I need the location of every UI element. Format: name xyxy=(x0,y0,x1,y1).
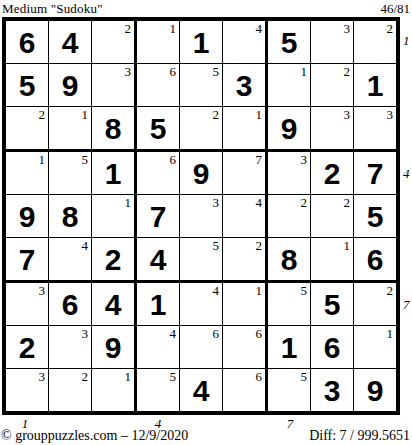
sudoku-board: 6421145325936531212185219331516973279817… xyxy=(2,17,400,415)
corner-mark: 3 xyxy=(213,195,220,210)
sudoku-page: Medium "Sudoku" 46/81 642114532593653121… xyxy=(0,0,412,445)
cell-r1c5[interactable]: 1 xyxy=(180,21,223,64)
cell-r1c6[interactable]: 4 xyxy=(223,21,268,64)
cell-r9c4[interactable]: 5 xyxy=(137,369,180,411)
corner-mark: 5 xyxy=(82,152,89,167)
cell-r4c8[interactable]: 2 xyxy=(311,152,354,195)
corner-mark: 6 xyxy=(170,64,177,79)
corner-mark: 1 xyxy=(82,107,89,122)
corner-mark: 5 xyxy=(213,238,220,253)
corner-mark: 4 xyxy=(256,195,263,210)
given-digit: 1 xyxy=(193,27,210,58)
given-digit: 3 xyxy=(324,375,341,406)
given-digit: 9 xyxy=(193,158,210,189)
cell-r1c4[interactable]: 1 xyxy=(137,21,180,64)
corner-mark: 1 xyxy=(125,195,132,210)
cell-r1c8[interactable]: 3 xyxy=(311,21,354,64)
cell-r7c6[interactable]: 1 xyxy=(223,283,268,326)
difficulty-text: Diff: 7 / 999.5651 xyxy=(309,428,410,444)
cell-r6c3[interactable]: 2 xyxy=(92,238,137,283)
given-digit: 4 xyxy=(62,27,79,58)
corner-mark: 1 xyxy=(387,326,394,341)
given-digit: 5 xyxy=(324,289,341,320)
cell-r8c6[interactable]: 6 xyxy=(223,326,268,369)
cell-r1c9[interactable]: 2 xyxy=(354,21,396,64)
given-digit: 9 xyxy=(105,332,122,363)
cell-r4c3[interactable]: 1 xyxy=(92,152,137,195)
cell-r9c6[interactable]: 6 xyxy=(223,369,268,411)
given-digit: 4 xyxy=(150,244,167,275)
cell-r7c4[interactable]: 1 xyxy=(137,283,180,326)
corner-mark: 3 xyxy=(39,283,46,298)
cell-r2c8[interactable]: 2 xyxy=(311,64,354,107)
cell-r8c2[interactable]: 3 xyxy=(49,326,92,369)
cell-r9c1[interactable]: 3 xyxy=(6,369,49,411)
cell-r6c5[interactable]: 5 xyxy=(180,238,223,283)
given-digit: 1 xyxy=(150,289,167,320)
given-digit: 7 xyxy=(19,244,36,275)
corner-mark: 1 xyxy=(344,238,351,253)
corner-mark: 6 xyxy=(170,152,177,167)
given-digit: 6 xyxy=(367,244,384,275)
given-digit: 1 xyxy=(281,332,298,363)
corner-mark: 2 xyxy=(39,107,46,122)
corner-mark: 2 xyxy=(344,195,351,210)
corner-mark: 4 xyxy=(213,283,220,298)
given-digit: 5 xyxy=(150,113,167,144)
corner-mark: 3 xyxy=(39,369,46,384)
cell-r7c2[interactable]: 6 xyxy=(49,283,92,326)
cell-r9c8[interactable]: 3 xyxy=(311,369,354,411)
given-digit: 4 xyxy=(193,375,210,406)
corner-mark: 1 xyxy=(301,64,308,79)
given-digit: 1 xyxy=(105,158,122,189)
cell-r8c7[interactable]: 1 xyxy=(268,326,311,369)
cell-r1c1[interactable]: 6 xyxy=(6,21,49,64)
cell-r6c2[interactable]: 4 xyxy=(49,238,92,283)
given-digit: 2 xyxy=(105,244,122,275)
corner-mark: 5 xyxy=(213,64,220,79)
corner-mark: 5 xyxy=(170,369,177,384)
cell-r2c5[interactable]: 5 xyxy=(180,64,223,107)
cell-r2c3[interactable]: 3 xyxy=(92,64,137,107)
col-label-7: 7 xyxy=(280,416,300,432)
corner-mark: 2 xyxy=(387,21,394,36)
corner-mark: 6 xyxy=(256,326,263,341)
corner-mark: 6 xyxy=(213,326,220,341)
cell-r5c5[interactable]: 3 xyxy=(180,195,223,238)
cell-r9c9[interactable]: 9 xyxy=(354,369,396,411)
corner-mark: 3 xyxy=(82,326,89,341)
cell-r9c7[interactable]: 5 xyxy=(268,369,311,411)
corner-mark: 1 xyxy=(39,152,46,167)
corner-mark: 3 xyxy=(387,107,394,122)
corner-mark: 3 xyxy=(344,107,351,122)
given-digit: 9 xyxy=(19,201,36,232)
cell-r7c1[interactable]: 3 xyxy=(6,283,49,326)
corner-mark: 5 xyxy=(301,283,308,298)
cell-r6c7[interactable]: 8 xyxy=(268,238,311,283)
corner-mark: 3 xyxy=(344,21,351,36)
cell-r6c1[interactable]: 7 xyxy=(6,238,49,283)
corner-mark: 3 xyxy=(125,64,132,79)
cell-r3c5[interactable]: 2 xyxy=(180,107,223,152)
cell-r5c8[interactable]: 2 xyxy=(311,195,354,238)
cell-r3c3[interactable]: 8 xyxy=(92,107,137,152)
cell-r9c5[interactable]: 4 xyxy=(180,369,223,411)
cell-r9c3[interactable]: 1 xyxy=(92,369,137,411)
corner-mark: 4 xyxy=(82,238,89,253)
given-digit: 2 xyxy=(19,332,36,363)
page-title: Medium "Sudoku" xyxy=(2,1,103,17)
cell-r5c6[interactable]: 4 xyxy=(223,195,268,238)
corner-mark: 5 xyxy=(301,369,308,384)
given-digit: 6 xyxy=(62,289,79,320)
cell-r3c1[interactable]: 2 xyxy=(6,107,49,152)
cell-r5c3[interactable]: 1 xyxy=(92,195,137,238)
given-digit: 3 xyxy=(236,70,253,101)
cell-r2c1[interactable]: 5 xyxy=(6,64,49,107)
cell-r4c7[interactable]: 3 xyxy=(268,152,311,195)
corner-mark: 1 xyxy=(256,283,263,298)
cell-r3c7[interactable]: 9 xyxy=(268,107,311,152)
cell-r5c7[interactable]: 2 xyxy=(268,195,311,238)
cell-r5c2[interactable]: 8 xyxy=(49,195,92,238)
cell-r4c6[interactable]: 7 xyxy=(223,152,268,195)
cell-r5c9[interactable]: 5 xyxy=(354,195,396,238)
cell-r3c2[interactable]: 1 xyxy=(49,107,92,152)
corner-mark: 3 xyxy=(301,152,308,167)
corner-mark: 2 xyxy=(301,195,308,210)
cell-r3c9[interactable]: 3 xyxy=(354,107,396,152)
given-digit: 9 xyxy=(281,113,298,144)
cell-r8c1[interactable]: 2 xyxy=(6,326,49,369)
given-digit: 8 xyxy=(281,244,298,275)
cell-r3c8[interactable]: 3 xyxy=(311,107,354,152)
cell-r4c2[interactable]: 5 xyxy=(49,152,92,195)
cell-r8c3[interactable]: 9 xyxy=(92,326,137,369)
given-digit: 4 xyxy=(105,289,122,320)
cell-r2c2[interactable]: 9 xyxy=(49,64,92,107)
corner-mark: 2 xyxy=(213,107,220,122)
corner-mark: 4 xyxy=(256,21,263,36)
cell-r6c8[interactable]: 1 xyxy=(311,238,354,283)
corner-mark: 7 xyxy=(256,152,263,167)
cell-r6c9[interactable]: 6 xyxy=(354,238,396,283)
cell-r2c7[interactable]: 1 xyxy=(268,64,311,107)
given-digit: 9 xyxy=(62,70,79,101)
corner-mark: 2 xyxy=(125,21,132,36)
cell-r5c4[interactable]: 7 xyxy=(137,195,180,238)
cell-r7c7[interactable]: 5 xyxy=(268,283,311,326)
given-digit: 8 xyxy=(62,201,79,232)
cell-r2c6[interactable]: 3 xyxy=(223,64,268,107)
cell-r6c6[interactable]: 2 xyxy=(223,238,268,283)
corner-mark: 1 xyxy=(256,107,263,122)
given-digit: 6 xyxy=(19,27,36,58)
corner-mark: 2 xyxy=(344,64,351,79)
cell-r7c5[interactable]: 4 xyxy=(180,283,223,326)
cell-r8c4[interactable]: 4 xyxy=(137,326,180,369)
row-label-4: 4 xyxy=(403,166,412,182)
cell-r1c2[interactable]: 4 xyxy=(49,21,92,64)
cell-r7c8[interactable]: 5 xyxy=(311,283,354,326)
given-digit: 6 xyxy=(324,332,341,363)
corner-mark: 6 xyxy=(256,369,263,384)
given-digit: 9 xyxy=(367,375,384,406)
cell-r8c8[interactable]: 6 xyxy=(311,326,354,369)
given-digit: 5 xyxy=(281,27,298,58)
cell-r3c6[interactable]: 1 xyxy=(223,107,268,152)
cell-r2c9[interactable]: 1 xyxy=(354,64,396,107)
given-digit: 8 xyxy=(105,113,122,144)
corner-mark: 2 xyxy=(256,238,263,253)
row-label-1: 1 xyxy=(403,33,412,49)
cell-r1c3[interactable]: 2 xyxy=(92,21,137,64)
corner-mark: 1 xyxy=(170,21,177,36)
cell-r7c9[interactable]: 2 xyxy=(354,283,396,326)
corner-mark: 2 xyxy=(387,283,394,298)
corner-mark: 1 xyxy=(125,369,132,384)
corner-mark: 2 xyxy=(82,369,89,384)
given-digit: 5 xyxy=(367,201,384,232)
given-digit: 7 xyxy=(150,201,167,232)
given-digit: 2 xyxy=(324,158,341,189)
cell-r8c9[interactable]: 1 xyxy=(354,326,396,369)
cell-r3c4[interactable]: 5 xyxy=(137,107,180,152)
cell-r4c9[interactable]: 7 xyxy=(354,152,396,195)
cell-r7c3[interactable]: 4 xyxy=(92,283,137,326)
row-label-7: 7 xyxy=(403,297,412,313)
given-digit: 5 xyxy=(19,70,36,101)
progress-counter: 46/81 xyxy=(380,1,410,17)
cell-r4c4[interactable]: 6 xyxy=(137,152,180,195)
given-digit: 1 xyxy=(367,70,384,101)
corner-mark: 4 xyxy=(170,326,177,341)
cell-r1c7[interactable]: 5 xyxy=(268,21,311,64)
cell-r4c5[interactable]: 9 xyxy=(180,152,223,195)
cell-r9c2[interactable]: 2 xyxy=(49,369,92,411)
given-digit: 7 xyxy=(367,158,384,189)
cell-r4c1[interactable]: 1 xyxy=(6,152,49,195)
cell-r5c1[interactable]: 9 xyxy=(6,195,49,238)
cell-r2c4[interactable]: 6 xyxy=(137,64,180,107)
cell-r8c5[interactable]: 6 xyxy=(180,326,223,369)
cell-r6c4[interactable]: 4 xyxy=(137,238,180,283)
copyright-text: © grouppuzzles.com – 12/9/2020 xyxy=(1,428,188,444)
